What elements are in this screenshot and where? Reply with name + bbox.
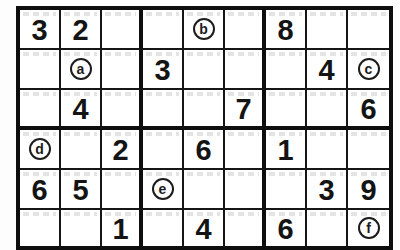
cell-r1c6[interactable]: [225, 10, 266, 50]
given-digit: 7: [235, 95, 251, 124]
given-digit: 2: [112, 136, 128, 165]
cell-r4c7: 1: [266, 130, 307, 170]
cell-r2c7[interactable]: [266, 50, 307, 90]
cell-r2c8: 4: [307, 50, 348, 90]
circled-letter-f: f: [358, 217, 380, 239]
circled-letter-d: d: [29, 138, 51, 160]
given-digit: 9: [360, 176, 376, 205]
cell-r2c1[interactable]: [20, 50, 61, 90]
cell-r2c9[interactable]: c: [348, 50, 389, 90]
given-digit: 6: [195, 136, 211, 165]
given-digit: 4: [72, 95, 88, 124]
given-digit: 6: [360, 95, 376, 124]
cell-r1c7: 8: [266, 10, 307, 50]
cell-r5c9: 9: [348, 170, 389, 210]
cell-r6c2[interactable]: [61, 210, 102, 250]
cell-r3c1[interactable]: [20, 90, 61, 130]
given-digit: 3: [31, 16, 47, 45]
cell-r6c5: 4: [184, 210, 225, 250]
sudoku-page: 32b8a34c476d26165e39146f: [0, 0, 400, 250]
cell-r5c5[interactable]: [184, 170, 225, 210]
given-digit: 6: [31, 176, 47, 205]
cell-r2c6[interactable]: [225, 50, 266, 90]
cell-r6c4[interactable]: [143, 210, 184, 250]
cell-r3c2: 4: [61, 90, 102, 130]
given-digit: 5: [72, 176, 88, 205]
cell-r3c6: 7: [225, 90, 266, 130]
cell-r1c2: 2: [61, 10, 102, 50]
cell-r3c4[interactable]: [143, 90, 184, 130]
cell-r3c3[interactable]: [102, 90, 143, 130]
given-digit: 6: [277, 215, 293, 244]
cell-r3c8[interactable]: [307, 90, 348, 130]
given-digit: 1: [112, 215, 128, 244]
cell-r6c9[interactable]: f: [348, 210, 389, 250]
circled-letter-a: a: [70, 58, 92, 80]
cell-r3c9: 6: [348, 90, 389, 130]
cell-r3c5[interactable]: [184, 90, 225, 130]
cell-r6c7: 6: [266, 210, 307, 250]
given-digit: 4: [318, 56, 334, 85]
given-digit: 1: [277, 136, 293, 165]
cell-r4c5: 6: [184, 130, 225, 170]
sudoku-board: 32b8a34c476d26165e39146f: [16, 6, 393, 250]
cell-r2c4: 3: [143, 50, 184, 90]
circled-letter-b: b: [193, 18, 215, 40]
cell-r5c8: 3: [307, 170, 348, 210]
cell-r5c4[interactable]: e: [143, 170, 184, 210]
cell-r1c1: 3: [20, 10, 61, 50]
given-digit: 3: [154, 56, 170, 85]
cell-r1c9[interactable]: [348, 10, 389, 50]
cell-r4c6[interactable]: [225, 130, 266, 170]
cell-r4c3: 2: [102, 130, 143, 170]
circled-letter-e: e: [152, 178, 174, 200]
cell-r4c9[interactable]: [348, 130, 389, 170]
given-digit: 4: [195, 215, 211, 244]
cell-r6c6[interactable]: [225, 210, 266, 250]
cell-r3c7[interactable]: [266, 90, 307, 130]
cell-r1c5[interactable]: b: [184, 10, 225, 50]
cell-r4c1[interactable]: d: [20, 130, 61, 170]
cell-r4c2[interactable]: [61, 130, 102, 170]
cell-r2c3[interactable]: [102, 50, 143, 90]
given-digit: 2: [72, 16, 88, 45]
cell-r5c1: 6: [20, 170, 61, 210]
cell-r6c3: 1: [102, 210, 143, 250]
cell-r5c3[interactable]: [102, 170, 143, 210]
given-digit: 8: [277, 16, 293, 45]
cell-r6c1[interactable]: [20, 210, 61, 250]
cell-r5c7[interactable]: [266, 170, 307, 210]
cell-r2c5[interactable]: [184, 50, 225, 90]
cell-r4c8[interactable]: [307, 130, 348, 170]
cell-r2c2[interactable]: a: [61, 50, 102, 90]
cell-r4c4[interactable]: [143, 130, 184, 170]
cell-r1c3[interactable]: [102, 10, 143, 50]
cell-r5c6[interactable]: [225, 170, 266, 210]
cell-r6c8[interactable]: [307, 210, 348, 250]
given-digit: 3: [318, 176, 334, 205]
cell-r1c4[interactable]: [143, 10, 184, 50]
circled-letter-c: c: [358, 58, 380, 80]
cell-r1c8[interactable]: [307, 10, 348, 50]
cell-r5c2: 5: [61, 170, 102, 210]
